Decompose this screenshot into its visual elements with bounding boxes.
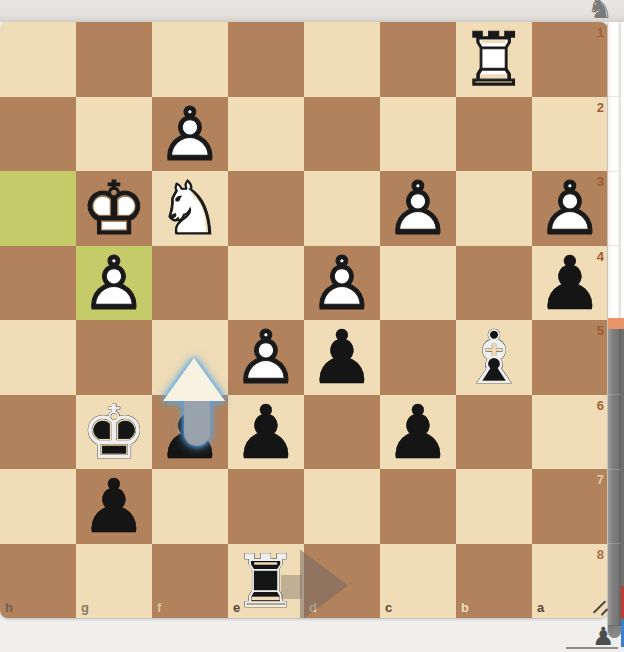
eval-bar-tick (608, 394, 621, 395)
square-d6[interactable] (304, 395, 380, 470)
rank-label-3: 3 (597, 174, 604, 189)
top-toolbar (0, 0, 624, 22)
square-c7[interactable] (380, 469, 456, 544)
square-g4[interactable]: ♟♙ (76, 246, 152, 321)
black-king-g6[interactable]: ♚♔ (76, 395, 152, 470)
square-g7[interactable]: ♟ (76, 469, 152, 544)
square-e2[interactable] (228, 97, 304, 172)
square-c5[interactable] (380, 320, 456, 395)
file-label-a: a (537, 600, 544, 615)
pawn-icon[interactable]: ♟ (592, 624, 614, 649)
square-c2[interactable] (380, 97, 456, 172)
square-a7[interactable]: 7 (532, 469, 608, 544)
square-a2[interactable]: 2 (532, 97, 608, 172)
square-b7[interactable] (456, 469, 532, 544)
square-b4[interactable] (456, 246, 532, 321)
panel-divider (566, 647, 618, 649)
eval-bar-gray-section (608, 329, 621, 638)
square-b3[interactable] (456, 171, 532, 246)
square-c1[interactable] (380, 22, 456, 97)
file-label-b: b (461, 600, 469, 615)
rank-label-4: 4 (597, 249, 604, 264)
black-bishop-b5[interactable]: ♝♗ (456, 320, 532, 395)
square-d2[interactable] (304, 97, 380, 172)
file-label-h: h (5, 600, 13, 615)
resize-grip[interactable] (589, 597, 613, 618)
file-label-g: g (81, 600, 89, 615)
white-pawn-g4[interactable]: ♟♙ (76, 246, 152, 321)
eval-bar-tick (608, 543, 621, 544)
square-b5[interactable]: ♝♗ (456, 320, 532, 395)
square-c3[interactable]: ♟♙ (380, 171, 456, 246)
square-b2[interactable] (456, 97, 532, 172)
file-label-e: e (233, 600, 240, 615)
square-g3[interactable]: ♚♔ (76, 171, 152, 246)
square-h3[interactable] (0, 171, 76, 246)
file-label-f: f (157, 600, 161, 615)
square-a1[interactable]: 1 (532, 22, 608, 97)
white-pawn-c3[interactable]: ♟♙ (380, 171, 456, 246)
eval-bar-white-section (608, 22, 621, 318)
white-pawn-d4[interactable]: ♟♙ (304, 246, 380, 321)
rank-label-6: 6 (597, 398, 604, 413)
white-pawn-e5[interactable]: ♟♙ (228, 320, 304, 395)
square-f4[interactable] (152, 246, 228, 321)
square-h4[interactable] (0, 246, 76, 321)
rank-label-5: 5 (597, 323, 604, 338)
square-g6[interactable]: ♚♔ (76, 395, 152, 470)
eval-bar[interactable] (607, 22, 621, 638)
square-c4[interactable] (380, 246, 456, 321)
square-b1[interactable]: ♜♖ (456, 22, 532, 97)
white-pawn-f2[interactable]: ♟♙ (152, 97, 228, 172)
black-pawn-g7[interactable]: ♟ (76, 469, 152, 544)
eval-bar-tick (608, 469, 621, 470)
eval-bar-tick (608, 96, 621, 97)
square-d3[interactable] (304, 171, 380, 246)
square-a3[interactable]: ♟♙3 (532, 171, 608, 246)
square-e5[interactable]: ♟♙ (228, 320, 304, 395)
square-e3[interactable] (228, 171, 304, 246)
square-f8[interactable]: f (152, 544, 228, 619)
square-d5[interactable]: ♟ (304, 320, 380, 395)
rank-label-2: 2 (597, 100, 604, 115)
square-f2[interactable]: ♟♙ (152, 97, 228, 172)
square-g2[interactable] (76, 97, 152, 172)
square-h7[interactable] (0, 469, 76, 544)
square-h8[interactable]: h (0, 544, 76, 619)
rank-label-8: 8 (597, 547, 604, 562)
square-d4[interactable]: ♟♙ (304, 246, 380, 321)
chess-app-window: ♞ ♜♖1♟♙2♚♔♞♘♟♙♟♙3♟♙♟♙♟4♟♙♟♝♗5♚♔♟♟♟6♟7hgf… (0, 0, 624, 652)
chess-board: ♜♖1♟♙2♚♔♞♘♟♙♟♙3♟♙♟♙♟4♟♙♟♝♗5♚♔♟♟♟6♟7hgf♜♖… (0, 22, 608, 618)
eval-bar-tick (608, 245, 621, 246)
square-h5[interactable] (0, 320, 76, 395)
file-label-c: c (385, 600, 392, 615)
square-h6[interactable] (0, 395, 76, 470)
square-c8[interactable]: c (380, 544, 456, 619)
square-f1[interactable] (152, 22, 228, 97)
rank-label-1: 1 (597, 25, 604, 40)
square-h2[interactable] (0, 97, 76, 172)
square-a5[interactable]: 5 (532, 320, 608, 395)
square-b8[interactable]: b (456, 544, 532, 619)
black-pawn-c6[interactable]: ♟ (380, 395, 456, 470)
square-a6[interactable]: 6 (532, 395, 608, 470)
square-e1[interactable] (228, 22, 304, 97)
square-g5[interactable] (76, 320, 152, 395)
square-f3[interactable]: ♞♘ (152, 171, 228, 246)
square-d1[interactable] (304, 22, 380, 97)
square-c6[interactable]: ♟ (380, 395, 456, 470)
square-b6[interactable] (456, 395, 532, 470)
eval-bar-tick (608, 171, 621, 172)
rank-label-7: 7 (597, 472, 604, 487)
square-g1[interactable] (76, 22, 152, 97)
black-pawn-d5[interactable]: ♟ (304, 320, 380, 395)
square-h1[interactable] (0, 22, 76, 97)
square-e4[interactable] (228, 246, 304, 321)
square-f7[interactable] (152, 469, 228, 544)
white-king-g3[interactable]: ♚♔ (76, 171, 152, 246)
square-d7[interactable] (304, 469, 380, 544)
white-rook-b1[interactable]: ♜♖ (456, 22, 532, 97)
square-e6[interactable]: ♟ (228, 395, 304, 470)
knight-icon[interactable]: ♞ (587, 0, 613, 23)
square-e7[interactable] (228, 469, 304, 544)
white-knight-f3[interactable]: ♞♘ (152, 171, 228, 246)
black-pawn-e6[interactable]: ♟ (228, 395, 304, 470)
eval-bar-marker[interactable] (608, 318, 621, 329)
square-a4[interactable]: ♟4 (532, 246, 608, 321)
square-g8[interactable]: g (76, 544, 152, 619)
